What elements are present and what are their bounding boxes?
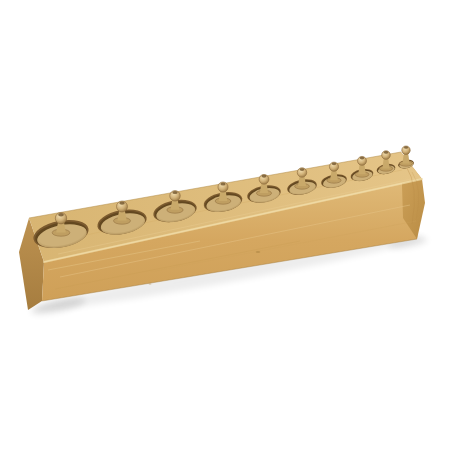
knob-tip — [220, 182, 225, 185]
knob-tip — [58, 213, 64, 216]
cylinder-block-photo — [0, 0, 458, 458]
knob-tip — [300, 168, 305, 171]
knob-tip — [172, 191, 177, 194]
knob-tip — [360, 157, 364, 160]
knob-tip — [384, 151, 388, 154]
knob-tip — [119, 201, 124, 204]
knob-tip — [262, 175, 267, 178]
knob-tip — [332, 162, 337, 165]
product-photo-stage — [0, 0, 458, 458]
wood-knot — [149, 283, 152, 285]
wood-knot — [256, 251, 260, 253]
knob-tip — [404, 146, 408, 149]
